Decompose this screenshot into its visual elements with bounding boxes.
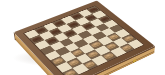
checkers-set-photo: ⛂⛂⛂⛂⛂⛂⛂⛂⛂⛂⛂⛂⛂⛂⛂⛂⛂⛂⛂⛂⛂⛂⛂⛂ xyxy=(0,0,165,75)
dark-checker-piece: ⛂ xyxy=(30,35,43,44)
brass-clasp-icon xyxy=(133,58,136,62)
scene: ⛂⛂⛂⛂⛂⛂⛂⛂⛂⛂⛂⛂⛂⛂⛂⛂⛂⛂⛂⛂⛂⛂⛂⛂ xyxy=(0,0,165,75)
checkers-board: ⛂⛂⛂⛂⛂⛂⛂⛂⛂⛂⛂⛂⛂⛂⛂⛂⛂⛂⛂⛂⛂⛂⛂⛂ xyxy=(14,1,155,75)
